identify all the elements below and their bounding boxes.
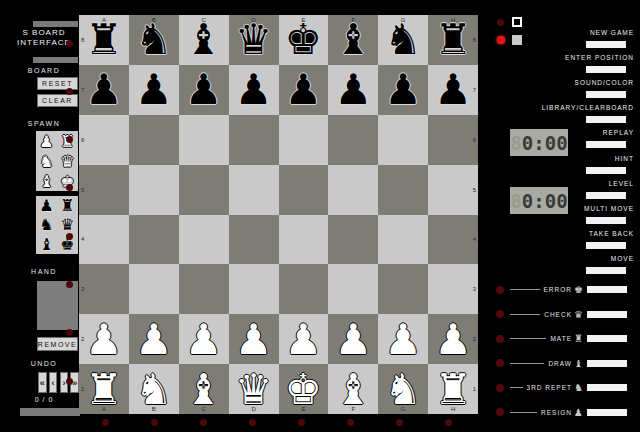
square-d2[interactable]: ♟ — [229, 314, 279, 364]
3rd-repet-label: 3RD REPET — [527, 384, 572, 391]
resign-led — [496, 408, 504, 416]
square-f7[interactable]: ♟ — [328, 65, 378, 115]
rank-label-right-3: 3 — [473, 286, 476, 292]
square-f4[interactable] — [328, 215, 378, 265]
white-turn-square-icon — [512, 17, 522, 27]
white-pawn-icon: ♟ — [39, 132, 53, 151]
replay-button[interactable] — [586, 141, 626, 148]
black-pawn-icon: ♟ — [39, 196, 53, 215]
square-d6[interactable] — [229, 115, 279, 165]
file-e-led — [298, 419, 305, 426]
square-g1[interactable]: ♞G — [378, 364, 428, 414]
connector-line — [510, 314, 540, 315]
square-b4[interactable] — [129, 215, 179, 265]
file-label-bottom-f: F — [351, 406, 355, 412]
black-queen-icon: ♛ — [60, 215, 74, 234]
spawn-white-knight-button[interactable]: ♞ — [36, 151, 57, 171]
square-h1[interactable]: ♜H1 — [428, 364, 478, 414]
square-f3[interactable] — [328, 264, 378, 314]
spawn-black-queen-button[interactable]: ♛ — [57, 215, 78, 234]
square-e5[interactable] — [279, 165, 329, 215]
mate-button[interactable] — [587, 335, 627, 342]
spawn-section-label: SPAWN — [4, 120, 84, 127]
rank-label-left-7: 7 — [81, 87, 84, 93]
piece-white-pawn[interactable]: ♟ — [85, 315, 123, 364]
take-back-row: TAKE BACK — [500, 230, 637, 252]
rook-icon: ♜ — [572, 333, 585, 344]
error-label: ERROR — [544, 286, 572, 293]
square-g7[interactable]: ♟ — [378, 65, 428, 115]
king-icon: ♚ — [572, 284, 585, 295]
replay-label: REPLAY — [603, 129, 634, 136]
square-b3[interactable] — [129, 264, 179, 314]
file-label-bottom-d: D — [251, 406, 255, 412]
multi-move-label: MULTI MOVE — [584, 205, 634, 212]
white-bishop-icon: ♝ — [39, 172, 53, 191]
check-button[interactable] — [587, 311, 627, 318]
square-h7[interactable]: ♟7 — [428, 65, 478, 115]
sound-color-button[interactable] — [586, 91, 626, 98]
square-a3[interactable]: 3 — [79, 264, 129, 314]
square-c7[interactable]: ♟ — [179, 65, 229, 115]
enter-position-button[interactable] — [586, 66, 626, 73]
spawn-white-bishop-button[interactable]: ♝ — [36, 171, 57, 191]
rank-4-led — [66, 233, 73, 240]
square-h5[interactable]: 5 — [428, 165, 478, 215]
resign-status-row: RESIGN♟ — [496, 407, 627, 418]
square-a2[interactable]: ♟2 — [79, 314, 129, 364]
black-rook-icon: ♜ — [60, 196, 74, 215]
square-h8[interactable]: ♜H8 — [428, 15, 478, 65]
library-clearboard-row: LIBRARY/CLEARBOARD — [500, 104, 637, 126]
new-game-button[interactable] — [586, 41, 626, 48]
error-status-row: ERROR♚ — [496, 284, 627, 295]
3rd-repet-button[interactable] — [587, 384, 627, 391]
spawn-white-queen-button[interactable]: ♛ — [57, 151, 78, 171]
file-label-top-b: B — [152, 17, 156, 23]
undo-section-label: UNDO — [4, 360, 84, 367]
square-f1[interactable]: ♝F — [328, 364, 378, 414]
draw-status-row: DRAW♝ — [496, 358, 627, 369]
board-section-label: BOARD — [4, 67, 84, 74]
new-game-row: NEW GAME — [500, 29, 637, 51]
square-a8[interactable]: ♜A8 — [79, 15, 129, 65]
sound-color-label: SOUND/COLOR — [575, 79, 634, 86]
square-c6[interactable] — [179, 115, 229, 165]
rank-label-right-1: 1 — [473, 386, 476, 392]
piece-black-pawn[interactable]: ♟ — [85, 65, 123, 114]
square-b1[interactable]: ♞B — [129, 364, 179, 414]
square-c2[interactable]: ♟ — [179, 314, 229, 364]
error-button[interactable] — [587, 286, 627, 293]
mate-led — [496, 335, 504, 343]
white-knight-icon: ♞ — [39, 152, 53, 171]
square-b7[interactable]: ♟ — [129, 65, 179, 115]
file-label-top-e: E — [301, 17, 305, 23]
piece-white-pawn[interactable]: ♟ — [334, 315, 372, 364]
square-h3[interactable]: 3 — [428, 264, 478, 314]
square-e6[interactable] — [279, 115, 329, 165]
square-g6[interactable] — [378, 115, 428, 165]
square-a4[interactable]: 4 — [79, 215, 129, 265]
rank-label-right-6: 6 — [473, 137, 476, 143]
piece-white-pawn[interactable]: ♟ — [135, 315, 173, 364]
piece-black-pawn[interactable]: ♟ — [285, 65, 323, 114]
file-label-bottom-c: C — [202, 406, 206, 412]
level-row: LEVEL — [500, 180, 637, 202]
square-a6[interactable]: 6 — [79, 115, 129, 165]
square-a7[interactable]: ♟7 — [79, 65, 129, 115]
square-e2[interactable]: ♟ — [279, 314, 329, 364]
square-b8[interactable]: ♞B — [129, 15, 179, 65]
square-e8[interactable]: ♚E — [279, 15, 329, 65]
file-f-led — [347, 419, 354, 426]
file-label-top-d: D — [251, 17, 255, 23]
file-h-led — [445, 419, 452, 426]
square-e3[interactable] — [279, 264, 329, 314]
file-label-top-h: H — [451, 17, 455, 23]
file-label-top-g: G — [401, 17, 406, 23]
undo-back-button[interactable]: ‹ — [49, 372, 58, 393]
3rd-repet-led — [496, 384, 504, 392]
square-d3[interactable] — [229, 264, 279, 314]
piece-black-pawn[interactable]: ♟ — [384, 65, 422, 114]
piece-black-pawn[interactable]: ♟ — [185, 65, 223, 114]
square-d4[interactable] — [229, 215, 279, 265]
piece-black-pawn[interactable]: ♟ — [334, 65, 372, 114]
check-led — [496, 310, 504, 318]
square-c1[interactable]: ♝C — [179, 364, 229, 414]
square-g3[interactable] — [378, 264, 428, 314]
square-g5[interactable] — [378, 165, 428, 215]
file-label-bottom-e: E — [301, 406, 305, 412]
square-g4[interactable] — [378, 215, 428, 265]
square-h6[interactable]: 6 — [428, 115, 478, 165]
square-d5[interactable] — [229, 165, 279, 215]
rank-label-left-1: 1 — [81, 386, 84, 392]
bishop-icon: ♝ — [572, 358, 585, 369]
file-label-bottom-b: B — [152, 406, 156, 412]
connector-line — [510, 338, 546, 339]
square-f8[interactable]: ♝F — [328, 15, 378, 65]
knight-icon: ♞ — [572, 382, 585, 393]
new-game-label: NEW GAME — [590, 29, 634, 36]
square-e7[interactable]: ♟ — [279, 65, 329, 115]
spawn-white-pawn-button[interactable]: ♟ — [36, 131, 57, 151]
connector-line — [510, 289, 540, 290]
piece-black-pawn[interactable]: ♟ — [135, 65, 173, 114]
file-d-led — [249, 419, 256, 426]
square-b5[interactable] — [129, 165, 179, 215]
file-c-led — [200, 419, 207, 426]
move-row: MOVE — [500, 255, 637, 277]
undo-counter: 0 / 0 — [4, 396, 84, 403]
square-e1[interactable]: ♚E — [279, 364, 329, 414]
level-label: LEVEL — [609, 180, 634, 187]
square-g2[interactable]: ♟ — [378, 314, 428, 364]
resign-label: RESIGN — [541, 409, 572, 416]
file-g-led — [396, 419, 403, 426]
check-status-row: CHECK♛ — [496, 309, 627, 320]
square-a5[interactable]: 5 — [79, 165, 129, 215]
level-button[interactable] — [586, 192, 626, 199]
square-f5[interactable] — [328, 165, 378, 215]
multi-move-button[interactable] — [586, 217, 626, 224]
hand-section-label: HAND — [4, 268, 84, 275]
take-back-button[interactable] — [586, 242, 626, 249]
rank-7-led — [66, 88, 73, 95]
spawn-black-bishop-button[interactable]: ♝ — [36, 235, 57, 254]
square-e4[interactable] — [279, 215, 329, 265]
rank-label-right-4: 4 — [473, 236, 476, 242]
square-c4[interactable] — [179, 215, 229, 265]
replay-row: REPLAY — [500, 129, 637, 151]
square-a1[interactable]: ♜A1 — [79, 364, 129, 414]
square-h4[interactable]: 4 — [428, 215, 478, 265]
take-back-label: TAKE BACK — [589, 230, 634, 237]
rank-label-left-6: 6 — [81, 137, 84, 143]
enter-position-label: ENTER POSITION — [565, 54, 634, 61]
square-h2[interactable]: ♟2 — [428, 314, 478, 364]
black-knight-icon: ♞ — [39, 215, 53, 234]
square-d1[interactable]: ♛D — [229, 364, 279, 414]
sidebar-top-bar — [33, 21, 78, 27]
clear-button[interactable]: CLEAR — [37, 94, 78, 107]
hand-slot[interactable] — [37, 281, 78, 330]
file-label-top-a: A — [102, 17, 106, 23]
spawn-black-knight-button[interactable]: ♞ — [36, 215, 57, 234]
hint-row: HINT — [500, 155, 637, 177]
3rd-repet-status-row: 3RD REPET♞ — [496, 382, 627, 393]
square-g8[interactable]: ♞G — [378, 15, 428, 65]
black-bishop-icon: ♝ — [39, 235, 53, 254]
file-label-bottom-g: G — [401, 406, 406, 412]
square-b6[interactable] — [129, 115, 179, 165]
rank-label-right-2: 2 — [473, 336, 476, 342]
square-d7[interactable]: ♟ — [229, 65, 279, 115]
mate-status-row: MATE♜ — [496, 333, 627, 344]
hint-button[interactable] — [586, 167, 626, 174]
file-a-led — [102, 419, 109, 426]
connector-line — [510, 363, 544, 364]
piece-white-pawn[interactable]: ♟ — [185, 315, 223, 364]
draw-led — [496, 359, 504, 367]
rank-3-led — [66, 281, 73, 288]
file-label-bottom-a: A — [102, 406, 106, 412]
square-d8[interactable]: ♛D — [229, 15, 279, 65]
square-c5[interactable] — [179, 165, 229, 215]
multi-move-row: MULTI MOVE — [500, 205, 637, 227]
draw-label: DRAW — [548, 360, 572, 367]
undo-fast-back-button[interactable]: « — [38, 372, 47, 393]
rank-label-right-8: 8 — [473, 37, 476, 43]
check-label: CHECK — [544, 311, 572, 318]
rank-2-led — [66, 329, 73, 336]
library-clearboard-label: LIBRARY/CLEARBOARD — [542, 104, 634, 111]
error-led — [496, 286, 504, 294]
file-label-bottom-h: H — [451, 406, 455, 412]
piece-white-pawn[interactable]: ♟ — [235, 315, 273, 364]
square-c3[interactable] — [179, 264, 229, 314]
sidebar-divider-bar — [33, 57, 78, 63]
white-queen-icon: ♛ — [60, 152, 74, 171]
remove-button[interactable]: REMOVE — [37, 337, 78, 351]
file-label-top-c: C — [202, 17, 206, 23]
square-f2[interactable]: ♟ — [328, 314, 378, 364]
piece-white-pawn[interactable]: ♟ — [285, 315, 323, 364]
file-label-top-f: F — [351, 17, 355, 23]
spawn-black-pawn-button[interactable]: ♟ — [36, 196, 57, 215]
rank-label-left-4: 4 — [81, 236, 84, 242]
rank-label-right-7: 7 — [473, 87, 476, 93]
rank-label-left-8: 8 — [81, 37, 84, 43]
move-label: MOVE — [611, 255, 634, 262]
queen-icon: ♛ — [572, 309, 585, 320]
enter-position-row: ENTER POSITION — [500, 54, 637, 76]
piece-black-pawn[interactable]: ♟ — [434, 65, 472, 114]
spawn-black-rook-button[interactable]: ♜ — [57, 196, 78, 215]
square-c8[interactable]: ♝C — [179, 15, 229, 65]
rank-8-led — [66, 40, 73, 47]
draw-button[interactable] — [587, 360, 627, 367]
piece-white-pawn[interactable]: ♟ — [384, 315, 422, 364]
chess-board: ♜A8♞B♝C♛D♚E♝F♞G♜H8♟7♟♟♟♟♟♟♟766554433♟2♟♟… — [79, 15, 478, 414]
connector-line — [510, 412, 537, 413]
file-b-led — [151, 419, 158, 426]
white-turn-led — [497, 19, 504, 26]
rank-label-left-5: 5 — [81, 187, 84, 193]
square-b2[interactable]: ♟ — [129, 314, 179, 364]
piece-white-pawn[interactable]: ♟ — [434, 315, 472, 364]
square-f6[interactable] — [328, 115, 378, 165]
hint-label: HINT — [615, 155, 634, 162]
resign-button[interactable] — [587, 409, 627, 416]
rank-label-left-3: 3 — [81, 286, 84, 292]
sound-color-row: SOUND/COLOR — [500, 79, 637, 101]
piece-black-pawn[interactable]: ♟ — [235, 65, 273, 114]
rank-1-led — [66, 378, 73, 385]
mate-label: MATE — [550, 335, 572, 342]
pawn-icon: ♟ — [572, 407, 585, 418]
spawn-black-palette: ♟♜♞♛♝♚ — [36, 196, 78, 254]
library-clearboard-button[interactable] — [586, 116, 626, 123]
move-button[interactable] — [586, 267, 626, 274]
rank-label-right-5: 5 — [473, 187, 476, 193]
connector-line — [510, 387, 523, 388]
rank-label-left-2: 2 — [81, 336, 84, 342]
sidebar-bottom-bar — [20, 408, 80, 416]
